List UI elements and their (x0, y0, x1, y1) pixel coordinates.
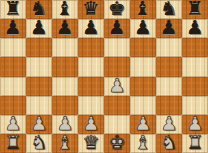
square-b1[interactable]: ♞ (26, 134, 52, 153)
square-g5[interactable] (156, 57, 182, 76)
piece-white-king[interactable]: ♚ (108, 133, 125, 152)
piece-white-pawn[interactable]: ♟ (186, 114, 203, 133)
square-g6[interactable] (156, 38, 182, 57)
square-d6[interactable] (78, 38, 104, 57)
square-d5[interactable] (78, 57, 104, 76)
square-a1[interactable]: ♜ (0, 134, 26, 153)
piece-white-bishop[interactable]: ♝ (134, 133, 151, 152)
square-h7[interactable]: ♟ (182, 19, 208, 38)
square-a6[interactable] (0, 38, 26, 57)
piece-white-rook[interactable]: ♜ (186, 133, 203, 152)
square-f7[interactable]: ♟ (130, 19, 156, 38)
square-h1[interactable]: ♜ (182, 134, 208, 153)
piece-white-pawn[interactable]: ♟ (30, 114, 47, 133)
square-b5[interactable] (26, 57, 52, 76)
square-f5[interactable] (130, 57, 156, 76)
square-e4[interactable]: ♟ (104, 77, 130, 96)
piece-white-pawn[interactable]: ♟ (134, 114, 151, 133)
piece-white-pawn[interactable]: ♟ (4, 114, 21, 133)
piece-white-rook[interactable]: ♜ (4, 133, 21, 152)
square-g1[interactable]: ♞ (156, 134, 182, 153)
piece-white-pawn[interactable]: ♟ (108, 76, 125, 95)
square-a7[interactable]: ♟ (0, 19, 26, 38)
square-h6[interactable] (182, 38, 208, 57)
square-a5[interactable] (0, 57, 26, 76)
piece-white-pawn[interactable]: ♟ (56, 114, 73, 133)
piece-white-pawn[interactable]: ♟ (160, 114, 177, 133)
square-a4[interactable] (0, 77, 26, 96)
piece-black-pawn[interactable]: ♟ (4, 18, 21, 37)
square-d7[interactable]: ♟ (78, 19, 104, 38)
square-c4[interactable] (52, 77, 78, 96)
square-c7[interactable]: ♟ (52, 19, 78, 38)
square-g4[interactable] (156, 77, 182, 96)
square-d1[interactable]: ♛ (78, 134, 104, 153)
square-f4[interactable] (130, 77, 156, 96)
square-b6[interactable] (26, 38, 52, 57)
square-c1[interactable]: ♝ (52, 134, 78, 153)
square-h5[interactable] (182, 57, 208, 76)
piece-black-pawn[interactable]: ♟ (56, 18, 73, 37)
square-c5[interactable] (52, 57, 78, 76)
square-e3[interactable] (104, 96, 130, 115)
piece-white-pawn[interactable]: ♟ (82, 114, 99, 133)
piece-white-queen[interactable]: ♛ (82, 133, 99, 152)
square-e6[interactable] (104, 38, 130, 57)
square-b4[interactable] (26, 77, 52, 96)
square-h4[interactable] (182, 77, 208, 96)
piece-black-pawn[interactable]: ♟ (186, 18, 203, 37)
square-e7[interactable]: ♟ (104, 19, 130, 38)
piece-black-pawn[interactable]: ♟ (30, 18, 47, 37)
piece-black-pawn[interactable]: ♟ (160, 18, 177, 37)
piece-white-knight[interactable]: ♞ (30, 133, 47, 152)
square-b7[interactable]: ♟ (26, 19, 52, 38)
piece-black-pawn[interactable]: ♟ (82, 18, 99, 37)
square-d4[interactable] (78, 77, 104, 96)
square-f1[interactable]: ♝ (130, 134, 156, 153)
piece-black-pawn[interactable]: ♟ (134, 18, 151, 37)
square-e1[interactable]: ♚ (104, 134, 130, 153)
square-g7[interactable]: ♟ (156, 19, 182, 38)
square-c6[interactable] (52, 38, 78, 57)
piece-black-pawn[interactable]: ♟ (108, 18, 125, 37)
piece-white-knight[interactable]: ♞ (160, 133, 177, 152)
square-f6[interactable] (130, 38, 156, 57)
piece-white-bishop[interactable]: ♝ (56, 133, 73, 152)
chess-board: ♜♞♝♛♚♝♞♜♟♟♟♟♟♟♟♟♟♟♟♟♟♟♟♟♜♞♝♛♚♝♞♜ (0, 0, 208, 153)
